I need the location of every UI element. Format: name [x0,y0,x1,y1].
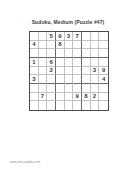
cell-r3c9[interactable] [99,49,108,58]
cell-r9c3[interactable] [47,101,56,110]
cell-r4c8[interactable] [91,58,100,67]
cell-r2c8[interactable] [91,41,100,50]
cell-r7c8[interactable] [91,84,100,93]
cell-r2c3[interactable] [47,41,56,50]
cell-r3c1[interactable] [30,49,39,58]
cell-r9c6[interactable] [73,101,82,110]
cell-r5c7[interactable] [82,67,91,76]
cell-r4c1[interactable]: 1 [30,58,39,67]
cell-r1c1[interactable] [30,32,39,41]
cell-r8c2[interactable]: 7 [39,93,48,102]
cell-r8c6[interactable]: 9 [73,93,82,102]
cell-r8c3[interactable] [47,93,56,102]
cell-r2c9[interactable] [99,41,108,50]
cell-r2c5[interactable] [65,41,74,50]
cell-r9c5[interactable] [65,101,74,110]
cell-r6c3[interactable] [47,75,56,84]
cell-r2c6[interactable] [73,41,82,50]
cell-r8c1[interactable] [30,93,39,102]
cell-r9c9[interactable] [99,101,108,110]
cell-r4c6[interactable] [73,58,82,67]
cell-r5c5[interactable] [65,67,74,76]
cell-r4c2[interactable] [39,58,48,67]
cell-r5c3[interactable]: 2 [47,67,56,76]
cell-r3c5[interactable] [65,49,74,58]
footer-url: www.print-sudoku.com [10,160,40,164]
cell-r5c4[interactable] [56,67,65,76]
cell-r9c1[interactable] [30,101,39,110]
cell-r5c8[interactable]: 3 [91,67,100,76]
cell-r7c7[interactable] [82,84,91,93]
cell-r3c2[interactable] [39,49,48,58]
cell-r6c4[interactable] [56,75,65,84]
cell-r3c7[interactable] [82,49,91,58]
cell-r8c4[interactable] [56,93,65,102]
cell-r2c2[interactable] [39,41,48,50]
cell-r2c1[interactable]: 4 [30,41,39,50]
cell-r9c2[interactable] [39,101,48,110]
cell-r1c7[interactable] [82,32,91,41]
cell-r9c7[interactable] [82,101,91,110]
cell-r7c6[interactable] [73,84,82,93]
cell-r6c5[interactable] [65,75,74,84]
cell-r6c8[interactable] [91,75,100,84]
cell-r7c5[interactable] [65,84,74,93]
cell-r4c7[interactable] [82,58,91,67]
cell-r7c3[interactable] [47,84,56,93]
cell-r6c2[interactable] [39,75,48,84]
cell-r8c8[interactable]: 2 [91,93,100,102]
cell-r4c9[interactable] [99,58,108,67]
cell-r1c2[interactable] [39,32,48,41]
cell-r7c4[interactable] [56,84,65,93]
cell-r1c5[interactable]: 3 [65,32,74,41]
cell-r3c6[interactable] [73,49,82,58]
cell-r3c8[interactable] [91,49,100,58]
cell-r1c9[interactable] [99,32,108,41]
cell-r4c5[interactable] [65,58,74,67]
cell-r8c5[interactable] [65,93,74,102]
cell-r6c7[interactable] [82,75,91,84]
cell-r8c7[interactable]: 8 [82,93,91,102]
cell-r1c4[interactable]: 9 [56,32,65,41]
cell-r8c9[interactable] [99,93,108,102]
cell-r7c2[interactable] [39,84,48,93]
cell-r9c8[interactable] [91,101,100,110]
cell-r4c3[interactable]: 6 [47,58,56,67]
cell-r1c6[interactable]: 7 [73,32,82,41]
cell-r6c1[interactable]: 3 [30,75,39,84]
cell-r5c6[interactable] [73,67,82,76]
cell-r6c9[interactable]: 4 [99,75,108,84]
cell-r3c4[interactable] [56,49,65,58]
cell-r5c1[interactable] [30,67,39,76]
cell-r1c3[interactable]: 5 [47,32,56,41]
cell-r9c4[interactable] [56,101,65,110]
cell-r5c9[interactable]: 9 [99,67,108,76]
page-title: Sudoku, Medium (Puzzle #47) [0,19,136,25]
cell-r6c6[interactable] [73,75,82,84]
cell-r2c4[interactable]: 8 [56,41,65,50]
cell-r4c4[interactable] [56,58,65,67]
page: { "game": "sudoku", "difficulty": "Mediu… [0,0,136,176]
cell-r7c1[interactable] [30,84,39,93]
cell-r2c7[interactable] [82,41,91,50]
cell-r5c2[interactable] [39,67,48,76]
sudoku-board: 59374816239347982 [29,31,109,111]
cell-r1c8[interactable] [91,32,100,41]
cell-r3c3[interactable] [47,49,56,58]
cell-r7c9[interactable] [99,84,108,93]
